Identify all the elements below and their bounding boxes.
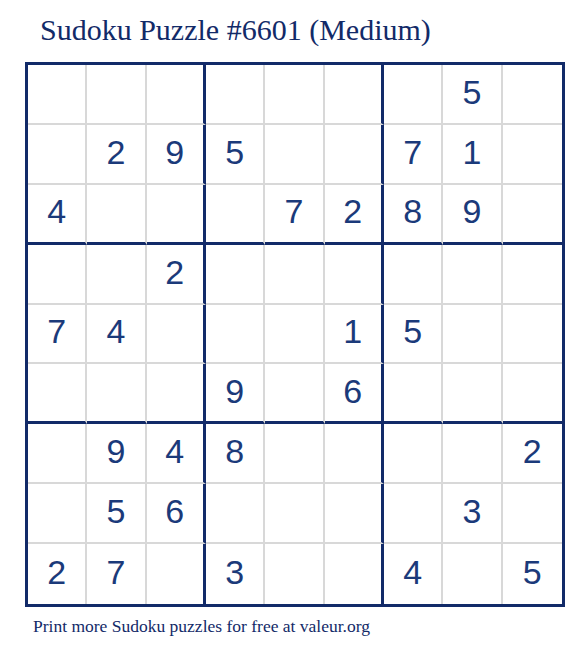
cell-r7c1[interactable] bbox=[28, 424, 87, 484]
cell-r4c2[interactable] bbox=[87, 245, 146, 305]
footer-note: Print more Sudoku puzzles for free at va… bbox=[33, 616, 370, 637]
cell-r1c7[interactable] bbox=[384, 65, 443, 125]
cell-r5c7: 5 bbox=[384, 305, 443, 365]
cell-r6c4: 9 bbox=[206, 364, 265, 424]
cell-r1c4[interactable] bbox=[206, 65, 265, 125]
cell-r1c9[interactable] bbox=[503, 65, 562, 125]
cell-r4c7[interactable] bbox=[384, 245, 443, 305]
cell-r9c9: 5 bbox=[503, 544, 562, 604]
cell-r7c3: 4 bbox=[147, 424, 206, 484]
cell-r7c6[interactable] bbox=[325, 424, 384, 484]
cell-r1c8: 5 bbox=[443, 65, 502, 125]
cell-r2c2: 2 bbox=[87, 125, 146, 185]
cell-r8c7[interactable] bbox=[384, 484, 443, 544]
cell-r9c6[interactable] bbox=[325, 544, 384, 604]
cell-r2c1[interactable] bbox=[28, 125, 87, 185]
cell-r5c1: 7 bbox=[28, 305, 87, 365]
cell-r9c4: 3 bbox=[206, 544, 265, 604]
cell-r3c7: 8 bbox=[384, 185, 443, 245]
cell-r3c4[interactable] bbox=[206, 185, 265, 245]
cell-r4c5[interactable] bbox=[265, 245, 324, 305]
cell-r6c1[interactable] bbox=[28, 364, 87, 424]
cell-r1c1[interactable] bbox=[28, 65, 87, 125]
cell-r6c3[interactable] bbox=[147, 364, 206, 424]
cell-r5c5[interactable] bbox=[265, 305, 324, 365]
cell-r7c4: 8 bbox=[206, 424, 265, 484]
cell-r4c8[interactable] bbox=[443, 245, 502, 305]
cell-r1c3[interactable] bbox=[147, 65, 206, 125]
cell-r7c9: 2 bbox=[503, 424, 562, 484]
cell-r2c6[interactable] bbox=[325, 125, 384, 185]
cell-r1c5[interactable] bbox=[265, 65, 324, 125]
sudoku-board: 529571472892741596948256327345 bbox=[25, 62, 565, 607]
cell-r8c2: 5 bbox=[87, 484, 146, 544]
cell-r1c6[interactable] bbox=[325, 65, 384, 125]
cell-r2c9[interactable] bbox=[503, 125, 562, 185]
cell-r6c8[interactable] bbox=[443, 364, 502, 424]
cell-r3c3[interactable] bbox=[147, 185, 206, 245]
cell-r6c7[interactable] bbox=[384, 364, 443, 424]
cell-r3c8: 9 bbox=[443, 185, 502, 245]
cell-r9c7: 4 bbox=[384, 544, 443, 604]
cell-r6c2[interactable] bbox=[87, 364, 146, 424]
cell-r9c5[interactable] bbox=[265, 544, 324, 604]
cell-r3c1: 4 bbox=[28, 185, 87, 245]
cell-r4c6[interactable] bbox=[325, 245, 384, 305]
cell-r9c8[interactable] bbox=[443, 544, 502, 604]
cell-r5c6: 1 bbox=[325, 305, 384, 365]
cell-r9c2: 7 bbox=[87, 544, 146, 604]
cell-r9c3[interactable] bbox=[147, 544, 206, 604]
cell-r7c7[interactable] bbox=[384, 424, 443, 484]
cell-r8c8: 3 bbox=[443, 484, 502, 544]
cell-r5c2: 4 bbox=[87, 305, 146, 365]
puzzle-title: Sudoku Puzzle #6601 (Medium) bbox=[40, 13, 431, 46]
cell-r1c2[interactable] bbox=[87, 65, 146, 125]
cell-r8c9[interactable] bbox=[503, 484, 562, 544]
cell-r6c9[interactable] bbox=[503, 364, 562, 424]
cell-r5c8[interactable] bbox=[443, 305, 502, 365]
cell-r8c3: 6 bbox=[147, 484, 206, 544]
cell-r7c8[interactable] bbox=[443, 424, 502, 484]
cell-r6c6: 6 bbox=[325, 364, 384, 424]
cell-r5c3[interactable] bbox=[147, 305, 206, 365]
cell-r5c9[interactable] bbox=[503, 305, 562, 365]
cell-r8c1[interactable] bbox=[28, 484, 87, 544]
cell-r9c1: 2 bbox=[28, 544, 87, 604]
cell-r4c3: 2 bbox=[147, 245, 206, 305]
cell-r3c2[interactable] bbox=[87, 185, 146, 245]
cell-r8c4[interactable] bbox=[206, 484, 265, 544]
cell-r3c5: 7 bbox=[265, 185, 324, 245]
cell-r2c3: 9 bbox=[147, 125, 206, 185]
cell-r3c6: 2 bbox=[325, 185, 384, 245]
cell-r6c5[interactable] bbox=[265, 364, 324, 424]
cell-r2c5[interactable] bbox=[265, 125, 324, 185]
cell-r4c9[interactable] bbox=[503, 245, 562, 305]
cell-r3c9[interactable] bbox=[503, 185, 562, 245]
cell-r2c8: 1 bbox=[443, 125, 502, 185]
cell-r8c5[interactable] bbox=[265, 484, 324, 544]
cell-r7c5[interactable] bbox=[265, 424, 324, 484]
cell-r7c2: 9 bbox=[87, 424, 146, 484]
cell-r8c6[interactable] bbox=[325, 484, 384, 544]
cell-r5c4[interactable] bbox=[206, 305, 265, 365]
cell-r4c4[interactable] bbox=[206, 245, 265, 305]
cell-r2c4: 5 bbox=[206, 125, 265, 185]
cell-r2c7: 7 bbox=[384, 125, 443, 185]
cell-r4c1[interactable] bbox=[28, 245, 87, 305]
